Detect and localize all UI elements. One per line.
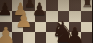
board-square <box>69 22 81 33</box>
board-square <box>0 22 12 33</box>
board-square <box>81 32 93 43</box>
board-square <box>0 0 12 11</box>
board-square <box>0 32 12 43</box>
board-square <box>23 11 35 22</box>
board-square <box>35 32 47 43</box>
board-square <box>58 0 70 11</box>
board-square <box>46 11 58 22</box>
board-square <box>58 32 70 43</box>
board-square <box>35 11 47 22</box>
board-square <box>23 0 35 11</box>
board-square <box>81 0 93 11</box>
board-square <box>0 11 12 22</box>
board-square <box>35 0 47 11</box>
board-square <box>46 32 58 43</box>
board-square <box>35 22 47 33</box>
board-square <box>12 32 24 43</box>
board-square <box>12 22 24 33</box>
chess-board: ♟♜♟♟♟♟♟♞♟ <box>0 0 92 43</box>
board-square <box>69 11 81 22</box>
board-square <box>46 22 58 33</box>
board-square <box>58 22 70 33</box>
board-square <box>46 0 58 11</box>
board-square <box>12 11 24 22</box>
chessboard-photo: ♟♜♟♟♟♟♟♞♟ <box>0 0 92 43</box>
board-square <box>69 32 81 43</box>
board-square <box>69 0 81 11</box>
board-square <box>12 0 24 11</box>
board-square <box>81 11 93 22</box>
board-square <box>23 32 35 43</box>
board-square <box>81 22 93 33</box>
board-square <box>58 11 70 22</box>
board-square <box>23 22 35 33</box>
